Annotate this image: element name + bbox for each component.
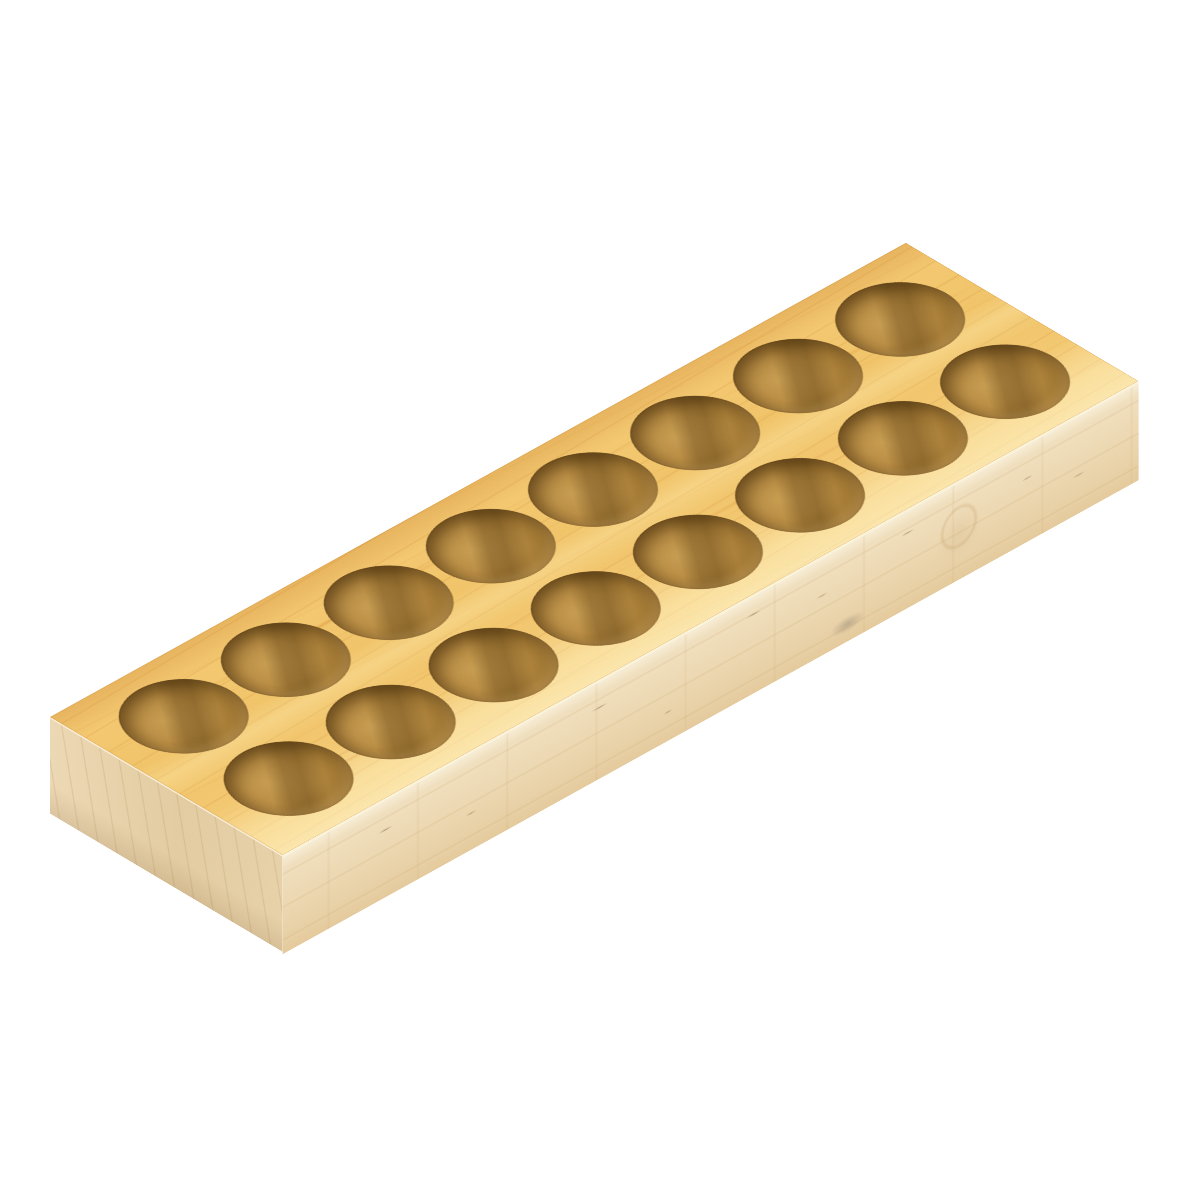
photo-canvas xyxy=(0,0,1200,1200)
mancala-board xyxy=(50,243,1139,855)
